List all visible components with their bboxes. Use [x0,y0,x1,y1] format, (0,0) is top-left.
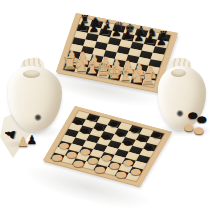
checker-natural-man[interactable]: ● [115,170,127,178]
checker-natural-man[interactable]: ● [80,147,91,155]
chess-piece-black-pawn[interactable]: ♟ [145,33,156,45]
checker-black-man[interactable]: ● [95,124,104,131]
chess-piece-black-pawn[interactable]: ♟ [134,31,145,43]
chess-piece-black-pawn[interactable]: ♟ [100,24,111,36]
checker-black-man[interactable]: ● [116,130,125,137]
checker-black-man[interactable]: ● [74,118,83,125]
checker-black-man[interactable]: ● [131,127,140,133]
checker-natural-man[interactable]: ● [130,167,141,175]
checker-natural-man[interactable]: ● [73,159,85,167]
loose-chess-piece-black-pawn[interactable]: ♟ [27,134,38,146]
checker-natural-man[interactable]: ● [123,159,134,167]
loose-checker-black[interactable]: ● [197,115,207,124]
checker-black-man[interactable]: ● [81,127,91,134]
chess-piece-black-pawn[interactable]: ♟ [77,20,88,32]
checker-black-man[interactable]: ● [145,144,155,151]
checker-black-man[interactable]: ● [109,121,118,127]
chess-piece-black-pawn[interactable]: ♟ [156,35,167,47]
drawstring-bag-left [8,58,66,138]
bag-logo [33,113,42,122]
checker-natural-man[interactable]: ● [101,153,112,161]
checker-black-man[interactable]: ● [102,133,112,140]
loose-checker-natural[interactable]: ● [184,123,194,132]
loose-checker-natural[interactable]: ● [194,126,204,135]
chess-piece-black-pawn[interactable]: ♟ [122,29,133,41]
checker-natural-man[interactable]: ● [94,165,106,173]
checker-black-man[interactable]: ● [123,139,133,146]
checker-black-man[interactable]: ● [88,116,97,122]
checker-natural-man[interactable]: ● [87,156,98,164]
chess-piece-natural-rook[interactable]: ♜ [140,69,156,87]
bag-drawstring-knot [171,69,186,77]
checker-black-man[interactable]: ● [138,136,147,143]
product-photo-scene: ♜♞♝♛♚♝♞♜♟♟♟♟♟♟♟♟♟♟♟♟♟♟♟♟♜♞♝♛♚♝♞♜●●●●●●●●… [0,0,210,210]
chess-piece-black-pawn[interactable]: ♟ [89,22,100,34]
chess-piece-black-pawn[interactable]: ♟ [111,27,122,39]
checker-natural-man[interactable]: ● [51,153,63,161]
bag-drawstring-knot [23,70,40,78]
checker-natural-man[interactable]: ● [59,142,70,150]
bag-logo [176,109,185,117]
